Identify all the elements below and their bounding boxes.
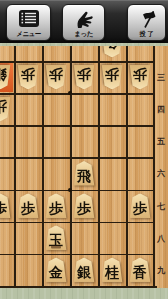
piece-glyph: 歩 [49,68,63,82]
board-horizontal-line [0,222,154,224]
undo-button[interactable]: まった [62,4,105,41]
rank-label-8: 八 [154,232,168,243]
piece-glyph: 香 [133,265,147,279]
undo-button-label: まった [74,30,92,38]
shogi-piece-pawn-6七[interactable]: 歩 [0,193,11,218]
menu-button-label: メニュー [16,30,40,38]
rank-label-7: 七 [154,200,168,211]
shogi-piece-silver-6三[interactable]: 銀 [0,65,11,90]
piece-glyph: 銀 [0,68,7,82]
shogi-piece-pawn-3七[interactable]: 歩 [73,193,95,218]
shogi-piece-knight-2九[interactable]: 桂 [101,257,123,282]
resign-button-label: 投 了 [140,30,154,38]
shogi-piece-gold-4九[interactable]: 金 [45,257,67,282]
flag-icon [136,7,158,30]
star-point [68,91,72,95]
shogi-piece-pawn-4七[interactable]: 歩 [45,193,67,218]
rank-label-3: 三 [154,72,168,83]
piece-glyph: 歩 [133,68,147,82]
shogi-board[interactable]: 三四五六七八九角銀歩歩歩歩歩歩飛歩歩歩歩歩玉金銀桂香 [0,43,168,299]
shogi-piece-lance-1九[interactable]: 香 [129,257,151,282]
shogi-piece-rook-3六[interactable]: 飛 [73,161,95,186]
shogi-piece-king-4八[interactable]: 玉 [45,225,67,250]
hand-icon [73,7,95,30]
star-point [68,188,72,192]
board-vertical-line [126,46,128,286]
piece-glyph: 歩 [49,201,63,215]
piece-glyph: 歩 [21,68,35,82]
shogi-piece-pawn-5七[interactable]: 歩 [17,193,39,218]
shogi-piece-pawn-4三[interactable]: 歩 [45,65,67,90]
board-vertical-line [14,46,16,286]
board-vertical-line [98,46,100,286]
shogi-piece-pawn-1七[interactable]: 歩 [129,193,151,218]
board-horizontal-line [0,254,154,256]
piece-glyph: 銀 [77,265,91,279]
board-horizontal-line [0,93,154,95]
shogi-app: メニュー まった 投 了 三四五六七八九角銀歩歩歩歩歩歩飛歩歩歩歩歩玉金銀 [0,0,168,299]
piece-glyph: 金 [49,265,63,279]
shogi-piece-pawn-1三[interactable]: 歩 [129,65,151,90]
piece-glyph: 玉 [49,233,63,247]
piece-glyph: 歩 [21,201,35,215]
piece-glyph: 歩 [133,201,147,215]
rank-label-5: 五 [154,136,168,147]
board-horizontal-line [0,61,154,63]
piece-glyph: 歩 [77,201,91,215]
menu-button[interactable]: メニュー [6,4,51,41]
shogi-piece-pawn-6四[interactable]: 歩 [0,97,11,122]
board-horizontal-line [0,125,154,127]
piece-glyph: 飛 [77,168,91,182]
piece-glyph: 歩 [0,100,7,114]
board-vertical-line [42,46,44,286]
shogi-piece-pawn-3三[interactable]: 歩 [73,65,95,90]
tatami-strip-top [0,43,168,46]
rank-label-9: 九 [154,264,168,275]
shogi-piece-pawn-5三[interactable]: 歩 [17,65,39,90]
rank-label-6: 六 [154,168,168,179]
king-stamp [51,246,61,249]
piece-glyph: 歩 [77,68,91,82]
rank-label-4: 四 [154,104,168,115]
board-vertical-line [70,46,72,286]
board-horizontal-line [0,157,154,159]
piece-glyph: 桂 [105,265,119,279]
shogi-piece-pawn-2三[interactable]: 歩 [101,65,123,90]
menu-list-icon [18,7,40,30]
piece-glyph: 歩 [105,68,119,82]
shogi-piece-silver-3九[interactable]: 銀 [73,257,95,282]
toolbar: メニュー まった 投 了 [0,0,168,43]
piece-glyph: 歩 [0,201,7,215]
resign-button[interactable]: 投 了 [127,4,166,41]
board-horizontal-line [0,190,154,192]
tatami-strip-bottom [0,288,168,299]
